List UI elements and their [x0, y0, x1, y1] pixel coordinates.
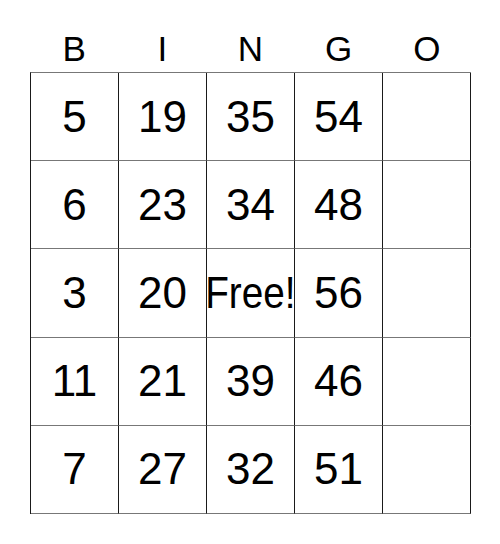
cell-value: 7: [62, 447, 86, 491]
cell-value: 5: [62, 95, 86, 139]
bingo-grid: 5 19 35 54 6 23 34 48 3 20 Free! 56 11 2…: [30, 72, 471, 514]
cell-r2c4[interactable]: 48: [295, 161, 383, 249]
cell-r3c3-free[interactable]: Free!: [207, 249, 295, 337]
cell-r4c3[interactable]: 39: [207, 338, 295, 426]
cell-value: 34: [226, 183, 275, 227]
cell-value: 11: [52, 359, 98, 403]
cell-r4c5[interactable]: [383, 338, 471, 426]
cell-r3c5[interactable]: [383, 249, 471, 337]
cell-value: 19: [138, 95, 187, 139]
column-letter-g: G: [325, 31, 352, 66]
cell-value: 3: [62, 271, 86, 315]
cell-r4c4[interactable]: 46: [295, 338, 383, 426]
cell-value: 20: [138, 271, 187, 315]
free-cell-label: Free!: [205, 271, 295, 315]
cell-r2c2[interactable]: 23: [119, 161, 207, 249]
cell-r4c1[interactable]: 11: [31, 338, 119, 426]
cell-value: 21: [138, 359, 187, 403]
cell-value: 54: [314, 95, 363, 139]
cell-r3c2[interactable]: 20: [119, 249, 207, 337]
cell-value: 32: [226, 447, 275, 491]
cell-r1c1[interactable]: 5: [31, 73, 119, 161]
cell-value: 6: [62, 183, 86, 227]
cell-value: 48: [314, 183, 363, 227]
cell-r5c2[interactable]: 27: [119, 426, 207, 514]
cell-r2c3[interactable]: 34: [207, 161, 295, 249]
bingo-card-page: B I N G O 5 19 35 54 6 23 34 48 3 20 Fre…: [0, 0, 500, 544]
bingo-header-row: B I N G O: [30, 0, 471, 72]
bingo-card: B I N G O 5 19 35 54 6 23 34 48 3 20 Fre…: [30, 0, 471, 514]
column-letter-n: N: [238, 31, 263, 66]
cell-r2c1[interactable]: 6: [31, 161, 119, 249]
column-letter-o: O: [413, 31, 440, 66]
cell-value: 23: [138, 183, 187, 227]
cell-r5c3[interactable]: 32: [207, 426, 295, 514]
column-letter-b: B: [62, 31, 85, 66]
cell-r1c3[interactable]: 35: [207, 73, 295, 161]
cell-r4c2[interactable]: 21: [119, 338, 207, 426]
cell-value: 35: [226, 95, 275, 139]
cell-r5c4[interactable]: 51: [295, 426, 383, 514]
cell-value: 46: [314, 359, 363, 403]
cell-value: 27: [138, 447, 187, 491]
cell-r1c5[interactable]: [383, 73, 471, 161]
cell-r1c2[interactable]: 19: [119, 73, 207, 161]
cell-r1c4[interactable]: 54: [295, 73, 383, 161]
cell-r5c1[interactable]: 7: [31, 426, 119, 514]
cell-r3c4[interactable]: 56: [295, 249, 383, 337]
cell-value: 56: [314, 271, 363, 315]
cell-r3c1[interactable]: 3: [31, 249, 119, 337]
cell-r5c5[interactable]: [383, 426, 471, 514]
column-letter-i: I: [157, 31, 167, 66]
cell-value: 39: [226, 359, 275, 403]
cell-r2c5[interactable]: [383, 161, 471, 249]
cell-value: 51: [314, 447, 363, 491]
